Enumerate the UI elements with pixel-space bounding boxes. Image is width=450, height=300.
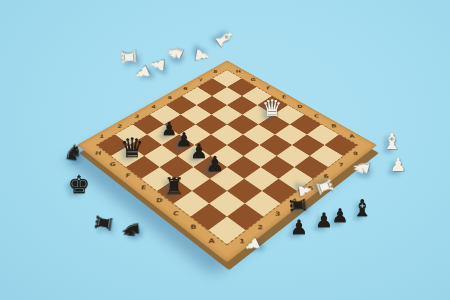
scattered-black-knight-fallen-left[interactable]: ♞ bbox=[120, 219, 144, 241]
piece-white-queen-e6[interactable]: ♛ bbox=[262, 97, 283, 120]
scattered-black-knight-standing-left[interactable]: ♞ bbox=[62, 141, 84, 164]
scattered-black-rook-fallen-left[interactable]: ♜ bbox=[92, 211, 117, 234]
scattered-white-pawn-standing-right[interactable]: ♟ bbox=[390, 156, 406, 174]
scattered-white-knight-fallen-right[interactable]: ♞ bbox=[349, 156, 373, 179]
scattered-white-pawn-fallen-top-2[interactable]: ♟ bbox=[149, 57, 167, 74]
scattered-black-bishop-standing-right[interactable]: ♝ bbox=[352, 197, 373, 220]
piece-black-rook-c1[interactable]: ♜ bbox=[164, 175, 185, 198]
scattered-black-pawn-standing-right-3[interactable]: ♟ bbox=[331, 206, 348, 225]
scattered-black-pawn-standing-right-1[interactable]: ♟ bbox=[290, 217, 308, 237]
scattered-white-bishop-standing-right[interactable]: ♝ bbox=[382, 131, 402, 153]
scattered-black-pawn-standing-right-2[interactable]: ♟ bbox=[315, 210, 333, 230]
scattered-black-king-standing-left[interactable]: ♚ bbox=[68, 172, 90, 197]
scattered-black-rook-fallen-right[interactable]: ♜ bbox=[287, 195, 310, 216]
piece-black-pawn-c3[interactable]: ♟ bbox=[206, 154, 225, 175]
scattered-white-pawn-fallen-top-3[interactable]: ♟ bbox=[192, 47, 211, 65]
piece-black-queen-f1[interactable]: ♛ bbox=[120, 134, 144, 161]
chess-photo-scene: 11HH22GG33FF44EE55DD66CC77BB88AA ♛♟♟♟♛♟♜… bbox=[0, 0, 450, 300]
scattered-white-rook-fallen-top[interactable]: ♜ bbox=[118, 47, 139, 67]
